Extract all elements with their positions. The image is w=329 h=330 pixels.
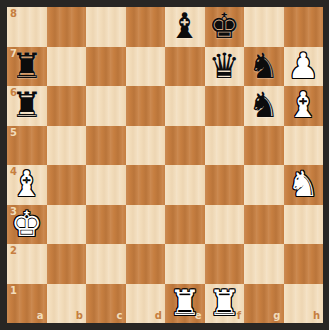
square-c1[interactable]: c	[86, 284, 126, 324]
square-f2[interactable]	[205, 244, 245, 284]
piece-white-king-a3[interactable]: ♚	[7, 205, 47, 245]
square-b8[interactable]	[47, 7, 87, 47]
piece-black-rook-a7[interactable]: ♜	[7, 47, 47, 87]
square-c3[interactable]	[86, 205, 126, 245]
square-a4[interactable]: 4♝	[7, 165, 47, 205]
square-g2[interactable]	[244, 244, 284, 284]
square-d7[interactable]	[126, 47, 166, 87]
piece-white-rook-f1[interactable]: ♜	[205, 284, 245, 324]
rank-label-1: 1	[10, 286, 17, 296]
square-a3[interactable]: 3♚	[7, 205, 47, 245]
square-b6[interactable]	[47, 86, 87, 126]
square-d4[interactable]	[126, 165, 166, 205]
square-e4[interactable]	[165, 165, 205, 205]
square-c5[interactable]	[86, 126, 126, 166]
square-f5[interactable]	[205, 126, 245, 166]
square-h5[interactable]	[284, 126, 324, 166]
square-a2[interactable]: 2	[7, 244, 47, 284]
square-g1[interactable]: g	[244, 284, 284, 324]
square-d2[interactable]	[126, 244, 166, 284]
file-label-b: b	[76, 311, 83, 321]
piece-black-rook-a6[interactable]: ♜	[7, 86, 47, 126]
square-a8[interactable]: 8	[7, 7, 47, 47]
piece-white-knight-h4[interactable]: ♞	[284, 165, 324, 205]
square-c7[interactable]	[86, 47, 126, 87]
square-b3[interactable]	[47, 205, 87, 245]
square-d5[interactable]	[126, 126, 166, 166]
square-e7[interactable]	[165, 47, 205, 87]
file-label-g: g	[273, 311, 280, 321]
square-a1[interactable]: 1a	[7, 284, 47, 324]
square-b1[interactable]: b	[47, 284, 87, 324]
square-h3[interactable]	[284, 205, 324, 245]
piece-black-king-f8[interactable]: ♚	[205, 7, 245, 47]
square-g8[interactable]	[244, 7, 284, 47]
piece-white-rook-e1[interactable]: ♜	[165, 284, 205, 324]
square-b7[interactable]	[47, 47, 87, 87]
square-g3[interactable]	[244, 205, 284, 245]
square-e1[interactable]: e♜	[165, 284, 205, 324]
square-h6[interactable]: ♝	[284, 86, 324, 126]
rank-label-8: 8	[10, 9, 17, 19]
square-f7[interactable]: ♛	[205, 47, 245, 87]
file-label-d: d	[155, 311, 162, 321]
piece-white-pawn-h7[interactable]: ♟	[284, 47, 324, 87]
square-c6[interactable]	[86, 86, 126, 126]
square-e3[interactable]	[165, 205, 205, 245]
chess-board: 8♝♚7♜♛♞♟6♜♞♝54♝♞3♚21abcde♜f♜gh	[7, 7, 323, 323]
square-f4[interactable]	[205, 165, 245, 205]
square-c4[interactable]	[86, 165, 126, 205]
square-d8[interactable]	[126, 7, 166, 47]
piece-black-queen-f7[interactable]: ♛	[205, 47, 245, 87]
piece-black-knight-g7[interactable]: ♞	[244, 47, 284, 87]
square-a5[interactable]: 5	[7, 126, 47, 166]
square-d6[interactable]	[126, 86, 166, 126]
square-e5[interactable]	[165, 126, 205, 166]
square-b5[interactable]	[47, 126, 87, 166]
board-frame: 8♝♚7♜♛♞♟6♜♞♝54♝♞3♚21abcde♜f♜gh	[0, 0, 329, 330]
rank-label-2: 2	[10, 246, 17, 256]
square-f8[interactable]: ♚	[205, 7, 245, 47]
square-g5[interactable]	[244, 126, 284, 166]
piece-black-knight-g6[interactable]: ♞	[244, 86, 284, 126]
square-g4[interactable]	[244, 165, 284, 205]
square-h8[interactable]	[284, 7, 324, 47]
square-g6[interactable]: ♞	[244, 86, 284, 126]
square-g7[interactable]: ♞	[244, 47, 284, 87]
square-b4[interactable]	[47, 165, 87, 205]
square-a6[interactable]: 6♜	[7, 86, 47, 126]
square-e8[interactable]: ♝	[165, 7, 205, 47]
square-a7[interactable]: 7♜	[7, 47, 47, 87]
square-h1[interactable]: h	[284, 284, 324, 324]
square-h2[interactable]	[284, 244, 324, 284]
square-b2[interactable]	[47, 244, 87, 284]
piece-white-bishop-h6[interactable]: ♝	[284, 86, 324, 126]
file-label-c: c	[117, 311, 123, 321]
square-c2[interactable]	[86, 244, 126, 284]
square-d1[interactable]: d	[126, 284, 166, 324]
file-label-h: h	[313, 311, 320, 321]
piece-black-bishop-e8[interactable]: ♝	[165, 7, 205, 47]
square-h7[interactable]: ♟	[284, 47, 324, 87]
square-f6[interactable]	[205, 86, 245, 126]
square-h4[interactable]: ♞	[284, 165, 324, 205]
square-e2[interactable]	[165, 244, 205, 284]
square-e6[interactable]	[165, 86, 205, 126]
rank-label-5: 5	[10, 128, 17, 138]
piece-white-bishop-a4[interactable]: ♝	[7, 165, 47, 205]
square-d3[interactable]	[126, 205, 166, 245]
square-f1[interactable]: f♜	[205, 284, 245, 324]
square-f3[interactable]	[205, 205, 245, 245]
file-label-a: a	[37, 311, 44, 321]
square-c8[interactable]	[86, 7, 126, 47]
